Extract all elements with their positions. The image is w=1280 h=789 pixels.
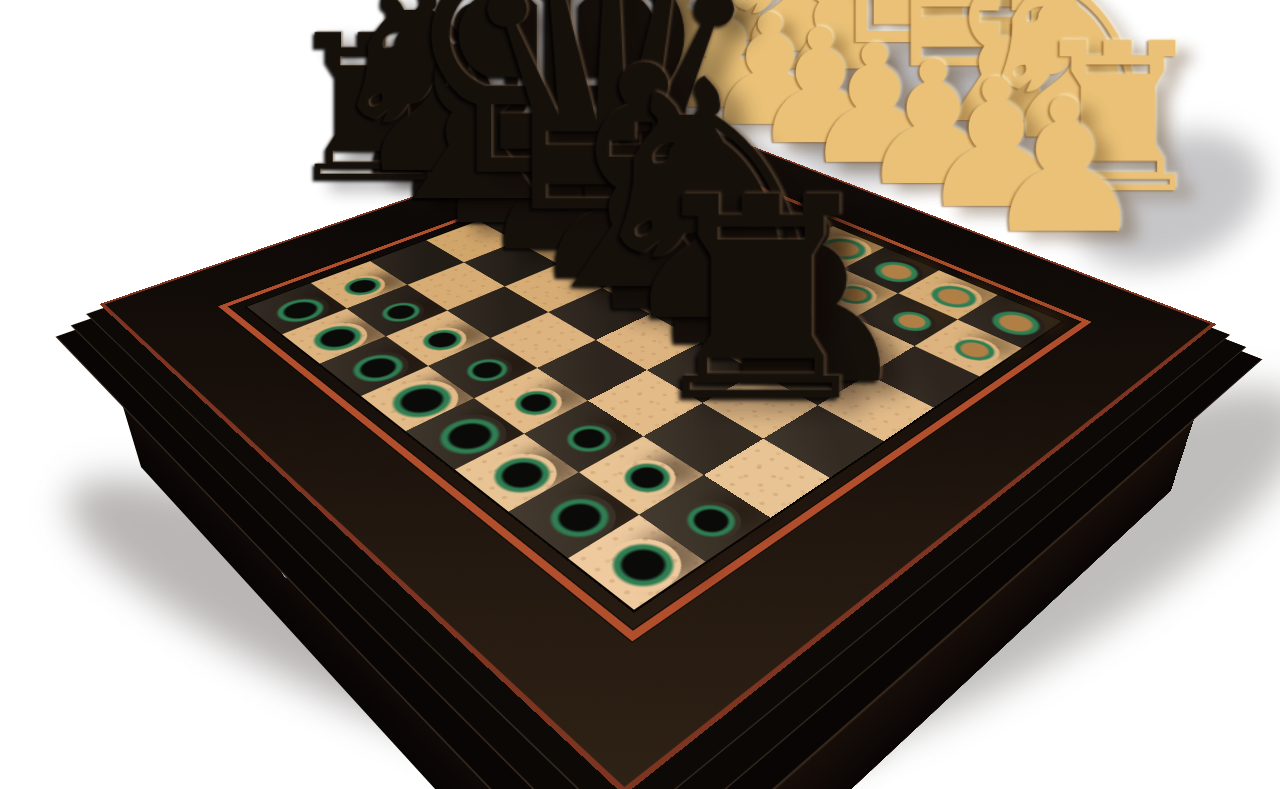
felt-pad (336, 345, 421, 392)
piece-white-pawn-a2[interactable]: ♟ (982, 84, 1148, 251)
chess-case: ♜♟♟♜♞♟♟♞♝♟♟♝♚♟♟♚♛♟♟♛♝♟♟♝♞♟♟♞♜♟♟♜ (99, 111, 1216, 789)
chess-board: ♜♟♟♜♞♟♟♞♝♟♟♝♚♟♟♚♛♟♟♛♝♟♟♝♞♟♟♞♜♟♟♜ (247, 154, 1061, 610)
chess-set-photo: { "game": "chess", "position": { "fen": … (0, 0, 1280, 789)
scene: ♜♟♟♜♞♟♟♞♝♟♟♝♚♟♟♚♛♟♟♛♝♟♟♝♞♟♟♞♜♟♟♜ (0, 0, 1280, 789)
piece-black-rook-a8[interactable]: ♜ (636, 175, 887, 427)
